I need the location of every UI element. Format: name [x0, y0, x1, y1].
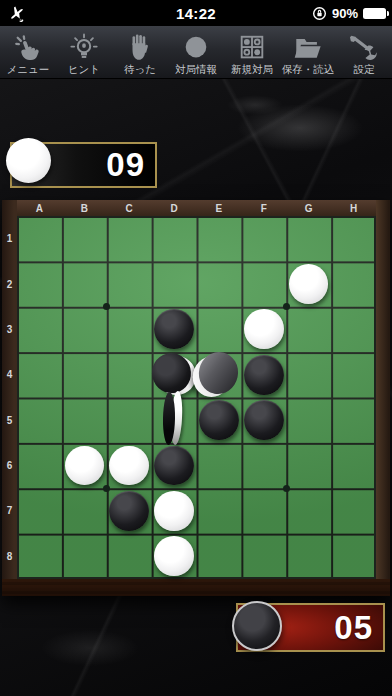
- disc-white: [244, 309, 283, 349]
- toolbar-button-label: メニュー: [7, 63, 50, 76]
- cell-c5[interactable]: [107, 398, 152, 443]
- board-grid: [17, 216, 376, 579]
- row-label-8: 8: [2, 534, 17, 579]
- black-player-disc-icon: [232, 601, 282, 651]
- stop-hand-icon: [125, 33, 155, 63]
- light-bulb-icon: [69, 33, 99, 63]
- disc-black: [244, 355, 283, 395]
- cell-c8[interactable]: [107, 534, 152, 579]
- cell-e4[interactable]: [197, 352, 242, 397]
- column-label-d: D: [152, 201, 197, 216]
- cell-g5[interactable]: [286, 398, 331, 443]
- column-label-a: A: [17, 201, 62, 216]
- star-point: [283, 485, 290, 492]
- battery-icon: [363, 8, 386, 19]
- disc-black: [244, 400, 283, 440]
- cell-h8[interactable]: [331, 534, 376, 579]
- row-label-2: 2: [2, 261, 17, 306]
- disc-white: [109, 446, 148, 486]
- cell-e6[interactable]: [197, 443, 242, 488]
- toolbar-button-label: ヒント: [68, 63, 100, 76]
- disc-black: [199, 400, 238, 440]
- toolbar-button-label: 保存・読込: [282, 63, 335, 76]
- cell-h2[interactable]: [331, 261, 376, 306]
- column-label-h: H: [331, 201, 376, 216]
- disc-flipping: [197, 352, 242, 397]
- cell-b4[interactable]: [62, 352, 107, 397]
- cell-b8[interactable]: [62, 534, 107, 579]
- cell-f3[interactable]: [241, 307, 286, 352]
- cell-b1[interactable]: [62, 216, 107, 261]
- cell-g8[interactable]: [286, 534, 331, 579]
- row-label-5: 5: [2, 398, 17, 443]
- column-labels: ABCDEFGH: [17, 201, 376, 216]
- row-label-6: 6: [2, 443, 17, 488]
- status-bar: 14:22 90%: [0, 0, 392, 26]
- disc-white: [154, 491, 193, 531]
- cell-e7[interactable]: [197, 488, 242, 533]
- disc-flipping: [152, 352, 197, 397]
- cell-d7[interactable]: [152, 488, 197, 533]
- cell-a5[interactable]: [17, 398, 62, 443]
- cell-b7[interactable]: [62, 488, 107, 533]
- cell-e3[interactable]: [197, 307, 242, 352]
- row-label-1: 1: [2, 216, 17, 261]
- cell-g3[interactable]: [286, 307, 331, 352]
- cell-a3[interactable]: [17, 307, 62, 352]
- disc-black: [154, 446, 193, 486]
- toolbar-button-4[interactable]: 対局情報: [168, 26, 224, 78]
- cell-b5[interactable]: [62, 398, 107, 443]
- new-board-icon: [237, 33, 267, 63]
- folder-icon: [293, 33, 323, 63]
- cell-d5[interactable]: [152, 398, 197, 443]
- black-score-value: 05: [334, 609, 373, 647]
- cell-c2[interactable]: [107, 261, 152, 306]
- column-label-b: B: [62, 201, 107, 216]
- cell-f1[interactable]: [241, 216, 286, 261]
- toolbar-button-1[interactable]: メニュー: [0, 26, 56, 78]
- cell-f8[interactable]: [241, 534, 286, 579]
- disc-flipping: [152, 398, 197, 443]
- column-label-e: E: [197, 201, 242, 216]
- cell-c3[interactable]: [107, 307, 152, 352]
- tools-icon: [349, 33, 379, 63]
- column-label-c: C: [107, 201, 152, 216]
- disc-white: [65, 446, 104, 486]
- cell-g1[interactable]: [286, 216, 331, 261]
- cell-h3[interactable]: [331, 307, 376, 352]
- cell-d2[interactable]: [152, 261, 197, 306]
- toolbar-button-label: 対局情報: [175, 63, 217, 76]
- row-label-4: 4: [2, 352, 17, 397]
- cell-f7[interactable]: [241, 488, 286, 533]
- cell-a6[interactable]: [17, 443, 62, 488]
- othello-app-screen: 14:22 90% メニュー ヒント 待った 対局情報 新規対局 保存・読込: [0, 0, 392, 696]
- disc-white: [154, 536, 193, 576]
- cell-c1[interactable]: [107, 216, 152, 261]
- row-label-3: 3: [2, 307, 17, 352]
- toolbar-button-label: 待った: [124, 63, 156, 76]
- toolbar-button-7[interactable]: 設定: [336, 26, 392, 78]
- disc-white: [289, 264, 328, 304]
- cell-b6[interactable]: [62, 443, 107, 488]
- toolbar-button-5[interactable]: 新規対局: [224, 26, 280, 78]
- cell-f5[interactable]: [241, 398, 286, 443]
- cell-f6[interactable]: [241, 443, 286, 488]
- cell-b3[interactable]: [62, 307, 107, 352]
- disc-black: [154, 309, 193, 349]
- cell-d4[interactable]: [152, 352, 197, 397]
- row-labels: 12345678: [2, 216, 17, 579]
- cell-a2[interactable]: [17, 261, 62, 306]
- orientation-lock-icon: [312, 6, 327, 21]
- disc-icon: [181, 33, 211, 63]
- cell-d8[interactable]: [152, 534, 197, 579]
- board-frame-bottom: [2, 579, 390, 596]
- battery-percent: 90%: [332, 6, 358, 21]
- cell-d3[interactable]: [152, 307, 197, 352]
- board-frame-right: [376, 200, 390, 596]
- toolbar-button-label: 設定: [354, 63, 375, 76]
- tap-hand-icon: [13, 33, 43, 63]
- cell-f2[interactable]: [241, 261, 286, 306]
- cell-c7[interactable]: [107, 488, 152, 533]
- toolbar-button-6[interactable]: 保存・読込: [280, 26, 336, 78]
- cell-e1[interactable]: [197, 216, 242, 261]
- cell-g7[interactable]: [286, 488, 331, 533]
- cell-a8[interactable]: [17, 534, 62, 579]
- cell-e2[interactable]: [197, 261, 242, 306]
- row-label-7: 7: [2, 488, 17, 533]
- toolbar-button-3[interactable]: 待った: [112, 26, 168, 78]
- star-point: [103, 485, 110, 492]
- cell-c4[interactable]: [107, 352, 152, 397]
- cell-f4[interactable]: [241, 352, 286, 397]
- cell-g6[interactable]: [286, 443, 331, 488]
- cell-g4[interactable]: [286, 352, 331, 397]
- cell-h5[interactable]: [331, 398, 376, 443]
- othello-board: ABCDEFGH 12345678: [2, 200, 390, 596]
- toolbar: メニュー ヒント 待った 対局情報 新規対局 保存・読込 設定: [0, 26, 392, 79]
- cell-d6[interactable]: [152, 443, 197, 488]
- cell-h6[interactable]: [331, 443, 376, 488]
- disc-black: [109, 491, 148, 531]
- cell-c6[interactable]: [107, 443, 152, 488]
- toolbar-button-label: 新規対局: [231, 63, 273, 76]
- star-point: [283, 303, 290, 310]
- cell-e8[interactable]: [197, 534, 242, 579]
- cell-d1[interactable]: [152, 216, 197, 261]
- cell-h1[interactable]: [331, 216, 376, 261]
- cell-g2[interactable]: [286, 261, 331, 306]
- cell-a4[interactable]: [17, 352, 62, 397]
- white-score-value: 09: [106, 146, 145, 184]
- cell-a1[interactable]: [17, 216, 62, 261]
- cell-h7[interactable]: [331, 488, 376, 533]
- white-player-disc-icon: [6, 138, 51, 183]
- cell-b2[interactable]: [62, 261, 107, 306]
- toolbar-button-2[interactable]: ヒント: [56, 26, 112, 78]
- cell-a7[interactable]: [17, 488, 62, 533]
- cell-e5[interactable]: [197, 398, 242, 443]
- column-label-f: F: [241, 201, 286, 216]
- column-label-g: G: [286, 201, 331, 216]
- cell-h4[interactable]: [331, 352, 376, 397]
